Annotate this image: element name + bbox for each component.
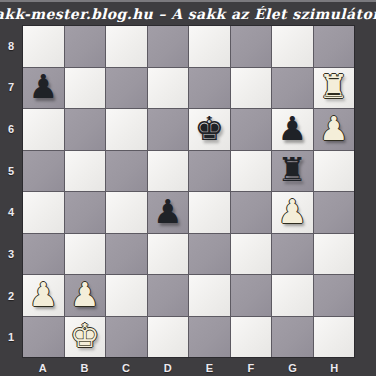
page-frame: sakk-mester.blog.hu – A sakk az Élet szi… — [0, 0, 376, 376]
rank-label-2: 2 — [0, 275, 22, 317]
square-h8[interactable] — [314, 26, 355, 67]
square-g5[interactable]: ♜ — [272, 151, 313, 192]
square-c1[interactable] — [106, 317, 147, 358]
square-h4[interactable] — [314, 192, 355, 233]
square-e2[interactable] — [189, 275, 230, 316]
square-e1[interactable] — [189, 317, 230, 358]
square-a3[interactable] — [23, 234, 64, 275]
file-label-h: H — [313, 358, 355, 376]
square-b8[interactable] — [65, 26, 106, 67]
square-h2[interactable] — [314, 275, 355, 316]
black-king: ♚ — [194, 112, 224, 145]
file-label-a: A — [22, 358, 64, 376]
white-pawn: ♟ — [70, 278, 100, 311]
square-b1[interactable]: ♚ — [65, 317, 106, 358]
square-d4[interactable]: ♟ — [148, 192, 189, 233]
rank-label-8: 8 — [0, 25, 22, 67]
square-c3[interactable] — [106, 234, 147, 275]
square-e4[interactable] — [189, 192, 230, 233]
square-f3[interactable] — [231, 234, 272, 275]
square-c5[interactable] — [106, 151, 147, 192]
square-h6[interactable]: ♟ — [314, 109, 355, 150]
square-a1[interactable] — [23, 317, 64, 358]
black-pawn: ♟ — [153, 195, 183, 228]
square-d3[interactable] — [148, 234, 189, 275]
square-b6[interactable] — [65, 109, 106, 150]
square-e5[interactable] — [189, 151, 230, 192]
square-b5[interactable] — [65, 151, 106, 192]
square-f2[interactable] — [231, 275, 272, 316]
square-e3[interactable] — [189, 234, 230, 275]
square-a7[interactable]: ♟ — [23, 68, 64, 109]
square-d2[interactable] — [148, 275, 189, 316]
square-c4[interactable] — [106, 192, 147, 233]
page-title: sakk-mester.blog.hu – A sakk az Élet szi… — [0, 6, 376, 22]
square-c7[interactable] — [106, 68, 147, 109]
square-g8[interactable] — [272, 26, 313, 67]
rank-label-6: 6 — [0, 108, 22, 150]
square-h7[interactable]: ♜ — [314, 68, 355, 109]
square-f6[interactable] — [231, 109, 272, 150]
square-e6[interactable]: ♚ — [189, 109, 230, 150]
square-b4[interactable] — [65, 192, 106, 233]
square-d8[interactable] — [148, 26, 189, 67]
square-f8[interactable] — [231, 26, 272, 67]
square-a8[interactable] — [23, 26, 64, 67]
file-labels: ABCDEFGH — [22, 358, 355, 376]
rank-label-7: 7 — [0, 67, 22, 109]
square-b2[interactable]: ♟ — [65, 275, 106, 316]
white-rook: ♜ — [319, 70, 349, 103]
square-h3[interactable] — [314, 234, 355, 275]
white-pawn: ♟ — [319, 112, 349, 145]
square-d1[interactable] — [148, 317, 189, 358]
rank-label-5: 5 — [0, 150, 22, 192]
rank-label-1: 1 — [0, 316, 22, 358]
white-king: ♚ — [70, 319, 100, 352]
black-rook: ♜ — [277, 153, 307, 186]
rank-label-4: 4 — [0, 192, 22, 234]
file-label-d: D — [147, 358, 189, 376]
square-a4[interactable] — [23, 192, 64, 233]
square-f5[interactable] — [231, 151, 272, 192]
rank-label-3: 3 — [0, 233, 22, 275]
square-d7[interactable] — [148, 68, 189, 109]
square-e8[interactable] — [189, 26, 230, 67]
square-h5[interactable] — [314, 151, 355, 192]
square-c8[interactable] — [106, 26, 147, 67]
square-f1[interactable] — [231, 317, 272, 358]
rank-labels: 87654321 — [0, 25, 22, 358]
file-label-b: B — [64, 358, 106, 376]
file-label-c: C — [105, 358, 147, 376]
square-a6[interactable] — [23, 109, 64, 150]
square-a5[interactable] — [23, 151, 64, 192]
file-label-f: F — [230, 358, 272, 376]
square-h1[interactable] — [314, 317, 355, 358]
square-b3[interactable] — [65, 234, 106, 275]
square-e7[interactable] — [189, 68, 230, 109]
square-f7[interactable] — [231, 68, 272, 109]
file-label-e: E — [189, 358, 231, 376]
white-pawn: ♟ — [28, 278, 58, 311]
black-pawn: ♟ — [28, 70, 58, 103]
chess-board: ♟♜♚♟♟♜♟♟♟♟♚ — [22, 25, 355, 358]
square-d6[interactable] — [148, 109, 189, 150]
square-c2[interactable] — [106, 275, 147, 316]
black-pawn: ♟ — [277, 112, 307, 145]
square-c6[interactable] — [106, 109, 147, 150]
square-f4[interactable] — [231, 192, 272, 233]
title-bar: sakk-mester.blog.hu – A sakk az Élet szi… — [0, 2, 376, 25]
square-g7[interactable] — [272, 68, 313, 109]
square-g3[interactable] — [272, 234, 313, 275]
file-label-g: G — [272, 358, 314, 376]
square-g6[interactable]: ♟ — [272, 109, 313, 150]
square-g4[interactable]: ♟ — [272, 192, 313, 233]
square-g1[interactable] — [272, 317, 313, 358]
square-d5[interactable] — [148, 151, 189, 192]
white-pawn: ♟ — [277, 195, 307, 228]
square-g2[interactable] — [272, 275, 313, 316]
square-b7[interactable] — [65, 68, 106, 109]
square-a2[interactable]: ♟ — [23, 275, 64, 316]
